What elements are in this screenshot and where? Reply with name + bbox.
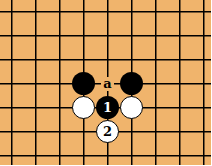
move-2-stone: 2 bbox=[96, 120, 119, 143]
grid-cell bbox=[48, 96, 72, 120]
grid-cell bbox=[144, 0, 168, 24]
grid-cell bbox=[72, 48, 96, 72]
grid-cell bbox=[24, 120, 48, 144]
white-stone bbox=[120, 96, 143, 119]
grid-cell bbox=[144, 96, 168, 120]
grid-cell bbox=[24, 144, 48, 166]
grid-cell bbox=[0, 96, 24, 120]
white-stone bbox=[72, 96, 95, 119]
grid-cell bbox=[72, 24, 96, 48]
grid-cell bbox=[0, 48, 24, 72]
grid-cell bbox=[168, 72, 192, 96]
grid-cell bbox=[192, 96, 212, 120]
grid-cell bbox=[120, 96, 144, 120]
grid-cell bbox=[192, 144, 212, 166]
grid-cell bbox=[144, 72, 168, 96]
grid-cell bbox=[0, 24, 24, 48]
grid-cell bbox=[192, 24, 212, 48]
grid-cell: 1 bbox=[96, 96, 120, 120]
grid-cell bbox=[120, 120, 144, 144]
grid-cell bbox=[96, 24, 120, 48]
grid-cell bbox=[96, 144, 120, 166]
grid-cell bbox=[192, 48, 212, 72]
grid-cell bbox=[0, 72, 24, 96]
grid-cell bbox=[72, 96, 96, 120]
point-label-a: a bbox=[101, 77, 114, 91]
grid-cell: a bbox=[96, 72, 120, 96]
grid-cell bbox=[192, 120, 212, 144]
grid-cell bbox=[72, 72, 96, 96]
grid-cell bbox=[72, 144, 96, 166]
black-stone bbox=[72, 72, 95, 95]
grid-cell bbox=[24, 96, 48, 120]
grid-cell bbox=[120, 144, 144, 166]
grid-cell bbox=[120, 48, 144, 72]
grid-cell bbox=[0, 144, 24, 166]
grid-cell bbox=[168, 120, 192, 144]
grid-cell bbox=[72, 120, 96, 144]
grid-cell bbox=[144, 144, 168, 166]
grid-cell bbox=[24, 0, 48, 24]
grid-cell bbox=[24, 24, 48, 48]
grid-cell bbox=[168, 24, 192, 48]
grid-cell bbox=[168, 0, 192, 24]
grid-cell bbox=[48, 0, 72, 24]
grid-cell bbox=[144, 48, 168, 72]
grid-cell bbox=[0, 0, 24, 24]
grid-cell bbox=[0, 120, 24, 144]
grid-cell bbox=[24, 48, 48, 72]
grid-cell bbox=[168, 48, 192, 72]
grid-cell bbox=[48, 48, 72, 72]
grid-cell bbox=[192, 72, 212, 96]
move-1-stone: 1 bbox=[96, 96, 119, 119]
grid-cell bbox=[96, 0, 120, 24]
grid-cell bbox=[48, 72, 72, 96]
grid-cell bbox=[120, 0, 144, 24]
grid-cell bbox=[168, 96, 192, 120]
grid-cell bbox=[192, 0, 212, 24]
grid-cell: 2 bbox=[96, 120, 120, 144]
grid-cell bbox=[144, 120, 168, 144]
go-board: a12 bbox=[0, 0, 211, 165]
grid-cell bbox=[144, 24, 168, 48]
grid-cell bbox=[96, 48, 120, 72]
grid-cell bbox=[72, 0, 96, 24]
grid-cell bbox=[24, 72, 48, 96]
grid-cell bbox=[120, 72, 144, 96]
grid-cell bbox=[48, 144, 72, 166]
grid-cell bbox=[120, 24, 144, 48]
grid-cell bbox=[48, 120, 72, 144]
go-grid: a12 bbox=[0, 0, 211, 165]
grid-cell bbox=[168, 144, 192, 166]
grid-cell bbox=[48, 24, 72, 48]
black-stone bbox=[120, 72, 143, 95]
